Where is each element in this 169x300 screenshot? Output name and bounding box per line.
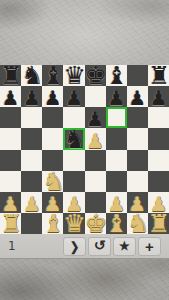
square-b6[interactable] (21, 107, 42, 128)
square-c3[interactable]: ♞ (42, 171, 63, 192)
square-d4[interactable] (63, 150, 84, 171)
square-c6[interactable] (42, 107, 63, 128)
square-e8[interactable]: ♚ (85, 65, 106, 86)
piece-black-pawn[interactable]: ♟ (0, 88, 21, 108)
square-a7[interactable]: ♟ (0, 86, 21, 107)
piece-white-bishop[interactable]: ♝ (42, 211, 63, 236)
piece-white-pawn[interactable]: ♟ (85, 131, 106, 151)
square-g1[interactable]: ♞ (127, 213, 148, 234)
square-h4[interactable] (148, 150, 169, 171)
square-a5[interactable] (0, 128, 21, 149)
square-d5[interactable]: ♞ (63, 128, 84, 149)
piece-black-queen[interactable]: ♛ (63, 63, 84, 88)
square-b7[interactable]: ♟ (21, 86, 42, 107)
move-counter: 1 (8, 239, 16, 253)
next-move-button[interactable]: ❯ (63, 237, 86, 256)
square-e4[interactable] (85, 150, 106, 171)
piece-black-pawn[interactable]: ♟ (85, 109, 106, 129)
toolbar-button-group: ❯ ↺ ★ + (63, 237, 161, 256)
square-f8[interactable]: ♝ (106, 65, 127, 86)
square-d8[interactable]: ♛ (63, 65, 84, 86)
square-g3[interactable] (127, 171, 148, 192)
piece-black-bishop[interactable]: ♝ (42, 63, 63, 88)
piece-black-rook[interactable]: ♜ (0, 63, 21, 88)
square-e7[interactable] (85, 86, 106, 107)
square-f4[interactable] (106, 150, 127, 171)
piece-black-pawn[interactable]: ♟ (21, 88, 42, 108)
square-a1[interactable]: ♜ (0, 213, 21, 234)
piece-white-queen[interactable]: ♛ (63, 211, 84, 236)
square-e5[interactable]: ♟ (85, 128, 106, 149)
piece-black-bishop[interactable]: ♝ (106, 63, 127, 88)
plus-icon: + (145, 238, 154, 255)
history-button[interactable]: ↺ (88, 237, 111, 256)
square-f7[interactable]: ♟ (106, 86, 127, 107)
piece-black-pawn[interactable]: ♟ (63, 88, 84, 108)
square-d1[interactable]: ♛ (63, 213, 84, 234)
square-c5[interactable] (42, 128, 63, 149)
square-g6[interactable] (127, 107, 148, 128)
piece-black-pawn[interactable]: ♟ (127, 88, 148, 108)
piece-white-rook[interactable]: ♜ (0, 211, 21, 236)
square-e6[interactable]: ♟ (85, 107, 106, 128)
square-c7[interactable]: ♟ (42, 86, 63, 107)
piece-white-bishop[interactable]: ♝ (106, 211, 127, 236)
square-g4[interactable] (127, 150, 148, 171)
square-f1[interactable]: ♝ (106, 213, 127, 234)
square-a8[interactable]: ♜ (0, 65, 21, 86)
square-a3[interactable] (0, 171, 21, 192)
star-icon: ★ (119, 239, 130, 253)
square-h1[interactable]: ♜ (148, 213, 169, 234)
square-g7[interactable]: ♟ (127, 86, 148, 107)
square-b1[interactable] (21, 213, 42, 234)
piece-black-knight[interactable]: ♞ (21, 63, 42, 88)
square-g8[interactable] (127, 65, 148, 86)
piece-white-knight[interactable]: ♞ (127, 211, 148, 236)
square-h7[interactable]: ♟ (148, 86, 169, 107)
square-c1[interactable]: ♝ (42, 213, 63, 234)
piece-black-rook[interactable]: ♜ (148, 63, 169, 88)
square-g5[interactable] (127, 128, 148, 149)
chess-board: ♜♞♝♛♚♝♜♟♟♟♟♟♟♟♟♞♟♞♟♟♟♟♟♟♟♜♝♛♚♝♞♜ (0, 65, 169, 234)
square-f6[interactable] (106, 107, 127, 128)
piece-black-king[interactable]: ♚ (85, 63, 106, 88)
square-c8[interactable]: ♝ (42, 65, 63, 86)
piece-black-pawn[interactable]: ♟ (148, 88, 169, 108)
piece-black-knight[interactable]: ♞ (63, 127, 84, 152)
square-e3[interactable] (85, 171, 106, 192)
piece-white-knight[interactable]: ♞ (42, 169, 63, 194)
square-b8[interactable]: ♞ (21, 65, 42, 86)
square-e1[interactable]: ♚ (85, 213, 106, 234)
square-b3[interactable] (21, 171, 42, 192)
square-a4[interactable] (0, 150, 21, 171)
square-b4[interactable] (21, 150, 42, 171)
square-a6[interactable] (0, 107, 21, 128)
square-d3[interactable] (63, 171, 84, 192)
square-h6[interactable] (148, 107, 169, 128)
piece-black-pawn[interactable]: ♟ (106, 88, 127, 108)
favorite-button[interactable]: ★ (113, 237, 136, 256)
piece-white-king[interactable]: ♚ (85, 211, 106, 236)
square-d7[interactable]: ♟ (63, 86, 84, 107)
square-h8[interactable]: ♜ (148, 65, 169, 86)
chess-app-screen: ♜♞♝♛♚♝♜♟♟♟♟♟♟♟♟♞♟♞♟♟♟♟♟♟♟♜♝♛♚♝♞♜ 1 ❯ ↺ ★… (0, 0, 169, 300)
piece-black-pawn[interactable]: ♟ (42, 88, 63, 108)
square-f5[interactable] (106, 128, 127, 149)
square-b2[interactable]: ♟ (21, 192, 42, 213)
piece-white-rook[interactable]: ♜ (148, 211, 169, 236)
chevron-right-icon: ❯ (70, 239, 79, 254)
square-h3[interactable] (148, 171, 169, 192)
square-h5[interactable] (148, 128, 169, 149)
history-icon: ↺ (94, 237, 106, 253)
square-b5[interactable] (21, 128, 42, 149)
add-button[interactable]: + (138, 237, 161, 256)
square-f3[interactable] (106, 171, 127, 192)
piece-white-pawn[interactable]: ♟ (21, 194, 42, 214)
